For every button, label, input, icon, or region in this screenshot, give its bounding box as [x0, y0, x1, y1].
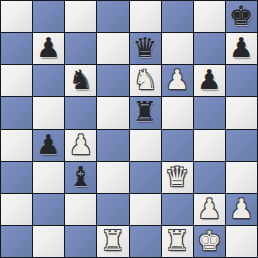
square-c6[interactable]: ♞	[65, 65, 96, 96]
square-d3[interactable]	[97, 162, 128, 193]
square-c4[interactable]: ♟	[65, 130, 96, 161]
square-b3[interactable]	[33, 162, 64, 193]
square-f5[interactable]	[162, 97, 193, 128]
square-b8[interactable]	[33, 1, 64, 32]
square-f4[interactable]	[162, 130, 193, 161]
square-g2[interactable]: ♟	[194, 194, 225, 225]
square-h8[interactable]: ♚	[226, 1, 257, 32]
square-f8[interactable]	[162, 1, 193, 32]
square-d7[interactable]	[97, 33, 128, 64]
square-g6[interactable]: ♟	[194, 65, 225, 96]
piece-white-king[interactable]: ♚	[197, 227, 221, 254]
square-g7[interactable]	[194, 33, 225, 64]
square-f7[interactable]	[162, 33, 193, 64]
square-e4[interactable]	[130, 130, 161, 161]
square-g4[interactable]	[194, 130, 225, 161]
square-c8[interactable]	[65, 1, 96, 32]
square-b5[interactable]	[33, 97, 64, 128]
square-e6[interactable]: ♞	[130, 65, 161, 96]
square-g8[interactable]	[194, 1, 225, 32]
square-b2[interactable]	[33, 194, 64, 225]
piece-black-pawn[interactable]: ♟	[37, 131, 61, 158]
square-c2[interactable]	[65, 194, 96, 225]
square-e5[interactable]: ♜	[130, 97, 161, 128]
square-d1[interactable]: ♜	[97, 226, 128, 257]
piece-black-knight[interactable]: ♞	[69, 66, 93, 93]
piece-black-pawn[interactable]: ♟	[229, 34, 253, 61]
square-h6[interactable]	[226, 65, 257, 96]
square-e7[interactable]: ♛	[130, 33, 161, 64]
square-g3[interactable]	[194, 162, 225, 193]
piece-white-pawn[interactable]: ♟	[229, 195, 253, 222]
square-g5[interactable]	[194, 97, 225, 128]
square-c3[interactable]: ♝	[65, 162, 96, 193]
chess-board: ♚♟♛♟♞♞♟♟♜♟♟♝♛♟♟♜♜♚	[0, 0, 258, 258]
piece-white-pawn[interactable]: ♟	[69, 131, 93, 158]
square-e8[interactable]	[130, 1, 161, 32]
square-e1[interactable]	[130, 226, 161, 257]
square-a8[interactable]	[1, 1, 32, 32]
square-c7[interactable]	[65, 33, 96, 64]
square-d2[interactable]	[97, 194, 128, 225]
square-d4[interactable]	[97, 130, 128, 161]
square-a4[interactable]	[1, 130, 32, 161]
square-h2[interactable]: ♟	[226, 194, 257, 225]
square-a6[interactable]	[1, 65, 32, 96]
piece-white-queen[interactable]: ♛	[165, 163, 189, 190]
square-g1[interactable]: ♚	[194, 226, 225, 257]
square-h1[interactable]	[226, 226, 257, 257]
square-d5[interactable]	[97, 97, 128, 128]
piece-black-king[interactable]: ♚	[229, 2, 253, 29]
square-e2[interactable]	[130, 194, 161, 225]
square-b1[interactable]	[33, 226, 64, 257]
square-b6[interactable]	[33, 65, 64, 96]
square-e3[interactable]	[130, 162, 161, 193]
square-f3[interactable]: ♛	[162, 162, 193, 193]
square-c1[interactable]	[65, 226, 96, 257]
piece-black-pawn[interactable]: ♟	[197, 66, 221, 93]
square-h7[interactable]: ♟	[226, 33, 257, 64]
square-h3[interactable]	[226, 162, 257, 193]
piece-black-queen[interactable]: ♛	[133, 34, 157, 61]
square-a5[interactable]	[1, 97, 32, 128]
square-f6[interactable]: ♟	[162, 65, 193, 96]
square-a3[interactable]	[1, 162, 32, 193]
square-b7[interactable]: ♟	[33, 33, 64, 64]
piece-white-pawn[interactable]: ♟	[165, 66, 189, 93]
square-f1[interactable]: ♜	[162, 226, 193, 257]
chess-board-window: ♚♟♛♟♞♞♟♟♜♟♟♝♛♟♟♜♜♚	[0, 0, 258, 258]
piece-white-knight[interactable]: ♞	[133, 66, 157, 93]
square-h5[interactable]	[226, 97, 257, 128]
square-d6[interactable]	[97, 65, 128, 96]
piece-white-pawn[interactable]: ♟	[197, 195, 221, 222]
square-a7[interactable]	[1, 33, 32, 64]
square-h4[interactable]	[226, 130, 257, 161]
piece-black-bishop[interactable]: ♝	[69, 163, 93, 190]
piece-black-pawn[interactable]: ♟	[37, 34, 61, 61]
square-f2[interactable]	[162, 194, 193, 225]
piece-white-rook[interactable]: ♜	[101, 227, 125, 254]
piece-black-rook[interactable]: ♜	[133, 98, 157, 125]
square-d8[interactable]	[97, 1, 128, 32]
square-b4[interactable]: ♟	[33, 130, 64, 161]
square-c5[interactable]	[65, 97, 96, 128]
square-a1[interactable]	[1, 226, 32, 257]
piece-white-rook[interactable]: ♜	[165, 227, 189, 254]
square-a2[interactable]	[1, 194, 32, 225]
